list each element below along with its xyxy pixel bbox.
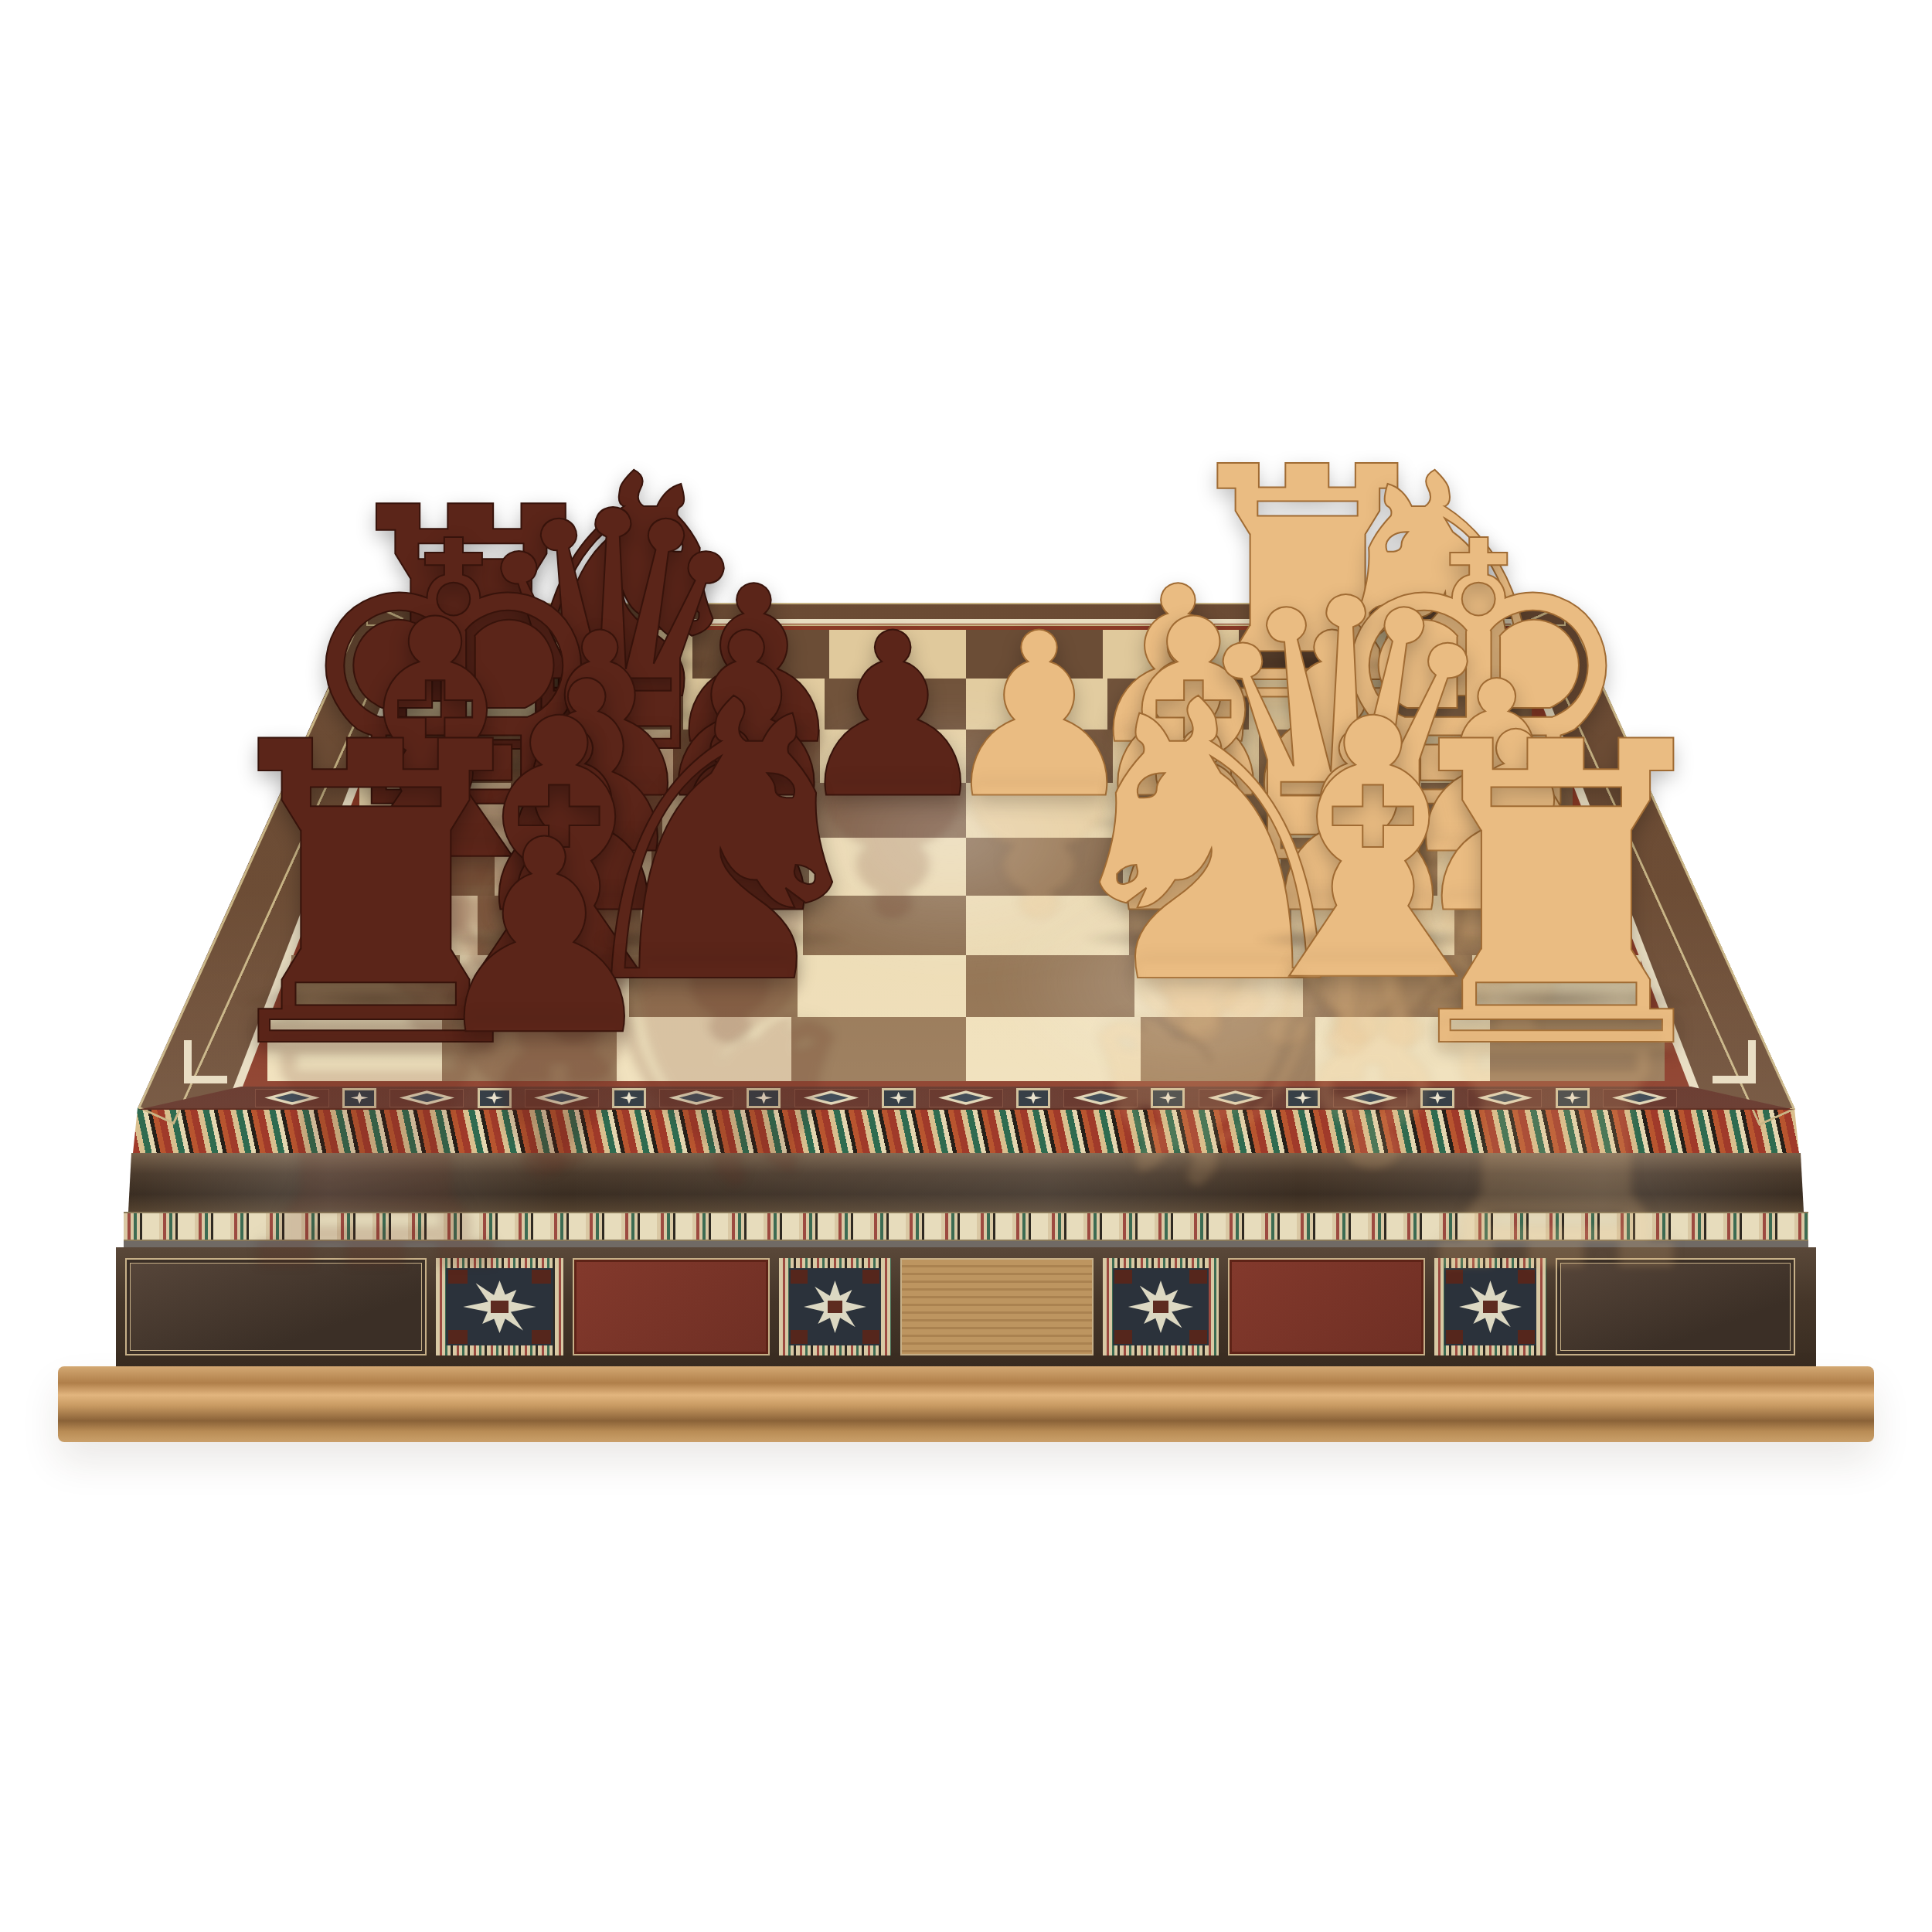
piece-black-knight-c3: ♞ [549,651,895,1037]
piece-black-pawn-c6: ♟ [645,603,848,829]
piece-black-pawn-b6: ♟ [498,603,702,829]
piece-white-king-h6: ♚ [1315,495,1642,859]
piece-white-pawn-f7: ♟ [1081,557,1275,774]
piece-white-bishop-f5: ♝ [1046,578,1341,907]
piece-black-pawn-b5: ♟ [481,651,692,887]
piece-black-pawn-c7: ♟ [657,557,851,774]
piece-black-king-a6: ♚ [290,495,617,859]
piece-black-pawn-d6: ♟ [791,603,995,829]
piece-black-knight-b8: ♞ [486,434,764,743]
piece-white-pawn-g6: ♟ [1230,603,1434,829]
piece-white-knight-h8: ♞ [1306,434,1583,743]
piece-white-queen-g5: ♛ [1183,553,1508,914]
piece-white-pawn-g4: ♟ [1248,699,1470,947]
piece-black-bishop-a5: ♝ [287,578,583,907]
piece-black-bishop-b3: ♝ [399,673,719,1031]
chess-set-photo: ♞♜♞♜♛♟♟♚♟♟♟♟♟♟♚♝♟♝♛♟♟♟♟♟♟♝♞♞♝♜♟♜ [0,0,1932,1932]
pieces-layer: ♞♜♞♜♛♟♟♚♟♟♟♟♟♟♚♝♟♝♛♟♟♟♟♟♟♝♞♞♝♜♟♜ [0,0,1932,1932]
piece-white-pawn-h4: ♟ [1405,699,1627,947]
piece-white-pawn-f6: ♟ [1084,603,1287,829]
piece-black-pawn-b2: ♟ [424,805,664,1073]
piece-black-rook-a7: ♜ [321,464,622,801]
piece-white-knight-f3: ♞ [1037,651,1383,1037]
piece-white-pawn-h5: ♟ [1391,651,1603,887]
piece-white-pawn-e6: ♟ [937,603,1141,829]
piece-black-queen-b7: ♛ [464,469,760,799]
piece-black-pawn-c4: ♟ [620,699,842,947]
piece-black-rook-a2: ♜ [189,689,563,1106]
piece-white-bishop-g3: ♝ [1213,673,1533,1031]
piece-black-pawn-b4: ♟ [462,699,684,947]
piece-white-rook-h2: ♜ [1369,689,1743,1106]
piece-white-pawn-f4: ♟ [1091,699,1313,947]
piece-white-rook-g8: ♜ [1164,426,1451,746]
